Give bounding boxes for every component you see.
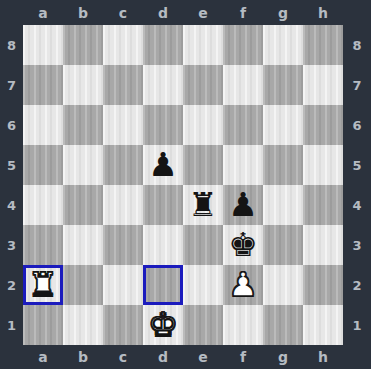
- square-g5[interactable]: [263, 145, 303, 185]
- square-e2[interactable]: [183, 265, 223, 305]
- square-d4[interactable]: [143, 185, 183, 225]
- file-label-d: d: [143, 345, 183, 369]
- square-a4[interactable]: [23, 185, 63, 225]
- file-label-g: g: [263, 0, 303, 25]
- rank-label-4: 4: [343, 185, 371, 225]
- square-a3[interactable]: [23, 225, 63, 265]
- rank-label-8: 8: [0, 25, 23, 65]
- square-d6[interactable]: [143, 105, 183, 145]
- square-a5[interactable]: [23, 145, 63, 185]
- square-c2[interactable]: [103, 265, 143, 305]
- rank-label-5: 5: [0, 145, 23, 185]
- square-f3[interactable]: ♚: [223, 225, 263, 265]
- square-e8[interactable]: [183, 25, 223, 65]
- file-label-f: f: [223, 345, 263, 369]
- file-label-e: e: [183, 0, 223, 25]
- square-e6[interactable]: [183, 105, 223, 145]
- rank-label-5: 5: [343, 145, 371, 185]
- square-f4[interactable]: ♟: [223, 185, 263, 225]
- square-e5[interactable]: [183, 145, 223, 185]
- rank-label-7: 7: [343, 65, 371, 105]
- rank-label-2: 2: [0, 265, 23, 305]
- chess-board-frame: abcdefgh 87654321 87654321 abcdefgh ♟♜♟♚…: [0, 0, 371, 369]
- rank-label-6: 6: [0, 105, 23, 145]
- chess-board: ♟♜♟♚♜♟♚: [23, 25, 343, 345]
- square-h6[interactable]: [303, 105, 343, 145]
- square-g8[interactable]: [263, 25, 303, 65]
- square-e7[interactable]: [183, 65, 223, 105]
- rank-label-8: 8: [343, 25, 371, 65]
- white-king[interactable]: ♚: [148, 308, 178, 341]
- square-c8[interactable]: [103, 25, 143, 65]
- square-d1[interactable]: ♚: [143, 305, 183, 345]
- file-label-c: c: [103, 345, 143, 369]
- file-labels-top: abcdefgh: [23, 0, 343, 25]
- file-label-b: b: [63, 345, 103, 369]
- file-label-f: f: [223, 0, 263, 25]
- square-g4[interactable]: [263, 185, 303, 225]
- rank-labels-left: 87654321: [0, 25, 23, 345]
- square-a1[interactable]: [23, 305, 63, 345]
- square-b6[interactable]: [63, 105, 103, 145]
- file-label-a: a: [23, 0, 63, 25]
- file-label-d: d: [143, 0, 183, 25]
- square-h3[interactable]: [303, 225, 343, 265]
- rank-label-3: 3: [0, 225, 23, 265]
- square-f8[interactable]: [223, 25, 263, 65]
- square-d7[interactable]: [143, 65, 183, 105]
- square-d2[interactable]: [143, 265, 183, 305]
- square-b7[interactable]: [63, 65, 103, 105]
- rank-label-2: 2: [343, 265, 371, 305]
- square-b4[interactable]: [63, 185, 103, 225]
- black-pawn[interactable]: ♟: [228, 188, 258, 221]
- square-d3[interactable]: [143, 225, 183, 265]
- black-rook[interactable]: ♜: [188, 188, 218, 221]
- file-label-e: e: [183, 345, 223, 369]
- rank-label-6: 6: [343, 105, 371, 145]
- white-rook[interactable]: ♜: [28, 268, 58, 301]
- square-g3[interactable]: [263, 225, 303, 265]
- square-c3[interactable]: [103, 225, 143, 265]
- square-f5[interactable]: [223, 145, 263, 185]
- file-label-g: g: [263, 345, 303, 369]
- square-e3[interactable]: [183, 225, 223, 265]
- square-h7[interactable]: [303, 65, 343, 105]
- rank-label-3: 3: [343, 225, 371, 265]
- black-pawn[interactable]: ♟: [148, 148, 178, 181]
- file-label-h: h: [303, 0, 343, 25]
- file-label-a: a: [23, 345, 63, 369]
- file-labels-bottom: abcdefgh: [23, 345, 343, 369]
- square-a8[interactable]: [23, 25, 63, 65]
- square-b2[interactable]: [63, 265, 103, 305]
- square-f7[interactable]: [223, 65, 263, 105]
- square-b8[interactable]: [63, 25, 103, 65]
- square-d5[interactable]: ♟: [143, 145, 183, 185]
- square-h4[interactable]: [303, 185, 343, 225]
- file-label-c: c: [103, 0, 143, 25]
- square-c4[interactable]: [103, 185, 143, 225]
- square-e4[interactable]: ♜: [183, 185, 223, 225]
- square-f6[interactable]: [223, 105, 263, 145]
- square-b1[interactable]: [63, 305, 103, 345]
- square-c5[interactable]: [103, 145, 143, 185]
- square-a6[interactable]: [23, 105, 63, 145]
- rank-label-1: 1: [343, 305, 371, 345]
- black-king[interactable]: ♚: [228, 228, 258, 261]
- square-g2[interactable]: [263, 265, 303, 305]
- square-c1[interactable]: [103, 305, 143, 345]
- rank-label-1: 1: [0, 305, 23, 345]
- square-f1[interactable]: [223, 305, 263, 345]
- square-h8[interactable]: [303, 25, 343, 65]
- square-g1[interactable]: [263, 305, 303, 345]
- square-h5[interactable]: [303, 145, 343, 185]
- square-f2[interactable]: ♟: [223, 265, 263, 305]
- square-c6[interactable]: [103, 105, 143, 145]
- square-h2[interactable]: [303, 265, 343, 305]
- white-pawn[interactable]: ♟: [228, 268, 258, 301]
- square-g7[interactable]: [263, 65, 303, 105]
- square-a2[interactable]: ♜: [23, 265, 63, 305]
- square-b3[interactable]: [63, 225, 103, 265]
- square-c7[interactable]: [103, 65, 143, 105]
- square-e1[interactable]: [183, 305, 223, 345]
- square-h1[interactable]: [303, 305, 343, 345]
- square-a7[interactable]: [23, 65, 63, 105]
- rank-label-7: 7: [0, 65, 23, 105]
- file-label-h: h: [303, 345, 343, 369]
- file-label-b: b: [63, 0, 103, 25]
- rank-labels-right: 87654321: [343, 25, 371, 345]
- square-b5[interactable]: [63, 145, 103, 185]
- square-g6[interactable]: [263, 105, 303, 145]
- square-d8[interactable]: [143, 25, 183, 65]
- rank-label-4: 4: [0, 185, 23, 225]
